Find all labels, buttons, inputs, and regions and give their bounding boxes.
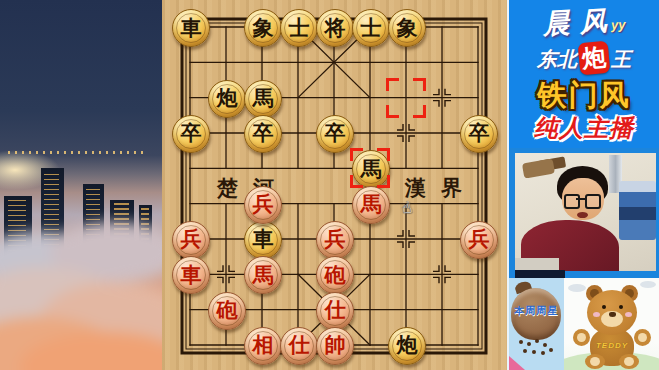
piece-black-pawn[interactable]: 卒: [316, 115, 354, 153]
piece-black-pawn[interactable]: 卒: [460, 115, 498, 153]
cannon-badge: 炮: [578, 41, 611, 75]
piece-black-advisor[interactable]: 士: [280, 9, 318, 47]
last-move-marker: [386, 78, 426, 118]
piece-black-horse[interactable]: 馬: [352, 150, 390, 188]
bear-leg: [585, 354, 605, 369]
piece-red-cannon[interactable]: 砲: [208, 292, 246, 330]
paw-prints-icon: [519, 340, 523, 344]
bear-nose: [609, 312, 616, 317]
piece-black-horse[interactable]: 馬: [244, 80, 282, 118]
bear-blush: [625, 312, 632, 317]
bear-belly-label: TEDDY: [590, 341, 634, 350]
blue-boxes: [619, 181, 656, 240]
cloud-sea: [0, 222, 162, 370]
webcam-feed: [509, 148, 659, 278]
piece-red-pawn[interactable]: 兵: [244, 186, 282, 224]
webcam-video: [515, 153, 656, 271]
piece-black-cannon[interactable]: 炮: [388, 327, 426, 365]
piece-black-elephant[interactable]: 象: [388, 9, 426, 47]
piece-black-elephant[interactable]: 象: [244, 9, 282, 47]
banner-platform: yy: [611, 17, 626, 33]
banner-line-3: 铁门风: [509, 76, 659, 116]
piece-red-pawn[interactable]: 兵: [460, 221, 498, 259]
bear-blush: [593, 312, 600, 317]
streamer-banner: 晨风yy 东北炮王 铁门风 纯人主播: [509, 0, 659, 148]
piece-red-advisor[interactable]: 仕: [280, 327, 318, 365]
banner-line-4: 纯人主播: [509, 112, 659, 144]
pink-wedge: [509, 356, 525, 370]
weekly-star-panel: 本周周星: [509, 278, 564, 370]
piece-red-horse[interactable]: 馬: [352, 186, 390, 224]
piece-red-horse[interactable]: 馬: [244, 256, 282, 294]
dark-strip: [515, 270, 565, 278]
streamer-mouth: [577, 212, 588, 218]
bear-arm: [573, 329, 590, 346]
bear-leg: [619, 354, 639, 369]
piece-red-elephant[interactable]: 相: [244, 327, 282, 365]
bear-eye: [619, 305, 623, 309]
piece-black-cannon[interactable]: 炮: [208, 80, 246, 118]
piece-black-pawn[interactable]: 卒: [172, 115, 210, 153]
stream-sidebar: 晨风yy 东北炮王 铁门风 纯人主播: [507, 0, 659, 370]
piece-red-pawn[interactable]: 兵: [172, 221, 210, 259]
glasses-left-lens: [564, 194, 581, 209]
piece-black-king[interactable]: 将: [316, 9, 354, 47]
glasses-bridge: [576, 198, 586, 200]
banner-line-2: 东北炮王: [509, 42, 659, 74]
shelf-items: [522, 159, 555, 179]
weekly-star-label: 本周周星: [509, 304, 564, 318]
banner-line-1: 晨风yy: [509, 0, 659, 44]
piece-red-advisor[interactable]: 仕: [316, 292, 354, 330]
piece-black-rook[interactable]: 車: [244, 221, 282, 259]
glasses-right-lens: [585, 194, 602, 209]
cloud-icon: [640, 281, 656, 288]
banner-title: 晨风: [542, 5, 617, 39]
cloud-icon: [568, 284, 586, 292]
stream-frame: 楚河 漢界 車象士将士象炮馬卒卒卒卒馬車炮兵馬兵兵兵車馬砲砲仕相仕帥 ☝ 晨风y…: [0, 0, 659, 370]
pieces-layer: 車象士将士象炮馬卒卒卒卒馬車炮兵馬兵兵兵車馬砲砲仕相仕帥: [162, 0, 507, 370]
piece-black-advisor[interactable]: 士: [352, 9, 390, 47]
bear-eye: [602, 305, 606, 309]
piece-red-king[interactable]: 帥: [316, 327, 354, 365]
teddy-bear-panel: TEDDY: [564, 278, 659, 370]
skyline-photo: [0, 0, 162, 370]
xiangqi-board[interactable]: 楚河 漢界 車象士将士象炮馬卒卒卒卒馬車炮兵馬兵兵兵車馬砲砲仕相仕帥 ☝: [162, 0, 507, 370]
piece-red-rook[interactable]: 車: [172, 256, 210, 294]
bear-arm: [634, 329, 651, 346]
piece-black-pawn[interactable]: 卒: [244, 115, 282, 153]
distant-city-lights: [8, 151, 148, 154]
piece-red-pawn[interactable]: 兵: [316, 221, 354, 259]
piece-black-rook[interactable]: 車: [172, 9, 210, 47]
piece-red-cannon[interactable]: 砲: [316, 256, 354, 294]
